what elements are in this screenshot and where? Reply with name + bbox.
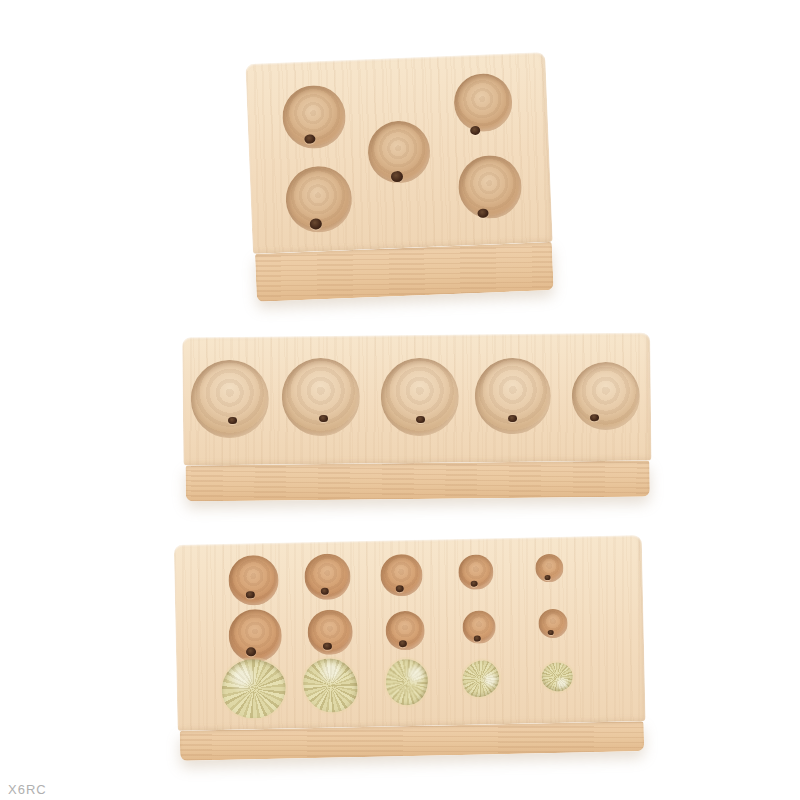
- pit-center-drill-hole: [246, 647, 256, 656]
- cone-pit-hole: [228, 608, 282, 662]
- pit-center-drill-hole: [548, 630, 554, 635]
- pit-center-drill-hole: [310, 218, 322, 229]
- cone-pit-hole: [571, 362, 640, 431]
- pit-center-drill-hole: [245, 591, 254, 599]
- pit-center-drill-hole: [322, 642, 331, 650]
- pit-center-drill-hole: [473, 635, 480, 641]
- product-photo-scene: X6RC: [0, 0, 800, 800]
- board-top-five-pit-block: [245, 52, 554, 302]
- pit-center-drill-hole: [470, 126, 480, 135]
- pit-center-drill-hole: [396, 585, 404, 592]
- pit-center-drill-hole: [227, 416, 236, 424]
- watermark-text: X6RC: [8, 782, 47, 797]
- pit-center-drill-hole: [304, 134, 315, 144]
- cone-pit-hole: [462, 610, 496, 644]
- pit-center-drill-hole: [399, 640, 407, 647]
- cone-pit-hole: [281, 358, 360, 437]
- cone-pit-hole: [385, 610, 425, 650]
- cone-pit-hole: [380, 358, 459, 437]
- board-middle-five-pit-bar: [182, 333, 652, 502]
- cone-pit-hole: [538, 608, 568, 638]
- pit-center-drill-hole: [415, 415, 424, 423]
- cone-pit-hole: [307, 609, 353, 655]
- pit-center-drill-hole: [477, 208, 488, 218]
- pit-center-drill-hole: [470, 580, 477, 586]
- pit-center-drill-hole: [589, 414, 598, 422]
- pit-center-drill-hole: [321, 588, 329, 595]
- cone-pit-hole: [190, 360, 269, 439]
- board-bottom-fifteen-pit-board: [174, 535, 646, 761]
- pit-center-drill-hole: [391, 171, 403, 182]
- pit-center-drill-hole: [545, 575, 551, 580]
- pit-center-drill-hole: [318, 414, 327, 422]
- wood-front-face: [186, 461, 650, 502]
- cone-pit-hole: [474, 358, 551, 435]
- cone-pit-hole: [458, 554, 494, 590]
- pit-center-drill-hole: [507, 414, 516, 422]
